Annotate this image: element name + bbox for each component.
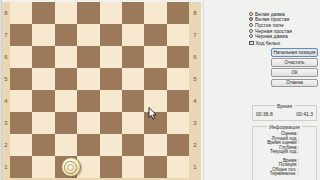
square-h5[interactable] (167, 68, 189, 90)
square-a2[interactable] (10, 134, 32, 156)
white-time: 00:36.8 (256, 111, 273, 117)
square-f4[interactable] (122, 90, 144, 112)
rank-label: 7 (189, 24, 201, 46)
mouse-cursor-icon (148, 106, 157, 124)
square-e4[interactable] (100, 90, 122, 112)
rank-label: 4 (189, 90, 201, 112)
rank-label: 8 (2, 2, 10, 24)
rank-label: 3 (189, 112, 201, 134)
square-f5[interactable] (122, 68, 144, 90)
square-h6[interactable] (167, 46, 189, 68)
square-c8[interactable] (55, 2, 77, 24)
square-g6[interactable] (144, 46, 166, 68)
square-h3[interactable] (167, 112, 189, 134)
square-g2[interactable] (144, 134, 166, 156)
rank-label: 1 (189, 156, 201, 178)
square-d3[interactable] (77, 112, 99, 134)
square-c1[interactable] (55, 156, 77, 178)
square-f2[interactable] (122, 134, 144, 156)
rank-label: 8 (189, 2, 201, 24)
square-d6[interactable] (77, 46, 99, 68)
cancel-button[interactable]: Отмена (271, 79, 318, 88)
info-panel-legend: Информация (267, 124, 302, 130)
checkbox-icon: ✓ (249, 41, 254, 46)
panel-divider (203, 0, 204, 180)
white-to-move-checkbox[interactable]: ✓ Ход белых (249, 40, 280, 46)
square-f3[interactable] (122, 112, 144, 134)
square-g8[interactable] (144, 2, 166, 24)
info-rows: Оценка :Лучший ход :Время оценки :Глубин… (253, 132, 316, 177)
info-row: Терминальн. : (253, 172, 316, 177)
square-f8[interactable] (122, 2, 144, 24)
square-b5[interactable] (32, 68, 54, 90)
square-h7[interactable] (167, 24, 189, 46)
rank-label: 6 (189, 46, 201, 68)
file-label-strip (2, 178, 201, 180)
rank-label: 1 (2, 156, 10, 178)
rank-label: 4 (2, 90, 10, 112)
time-panel: Время 00:36.8 00:41.3 (252, 105, 317, 121)
square-b6[interactable] (32, 46, 54, 68)
rank-label: 7 (2, 24, 10, 46)
radio-icon (249, 29, 253, 33)
checkbox-label: Ход белых (256, 40, 281, 46)
square-f6[interactable] (122, 46, 144, 68)
square-h1[interactable] (167, 156, 189, 178)
piece-option-group: Белая дамкаБелая простаяПустое полеЧерна… (249, 11, 292, 39)
square-e5[interactable] (100, 68, 122, 90)
square-g7[interactable] (144, 24, 166, 46)
ok-button[interactable]: ОК (271, 68, 318, 77)
rank-labels-left: 87654321 (2, 2, 10, 178)
square-c3[interactable] (55, 112, 77, 134)
radio-icon (249, 23, 253, 27)
square-e2[interactable] (100, 134, 122, 156)
square-g5[interactable] (144, 68, 166, 90)
square-e8[interactable] (100, 2, 122, 24)
start-position-button[interactable]: Начальная позиция (271, 48, 318, 57)
square-a7[interactable] (10, 24, 32, 46)
square-b1[interactable] (32, 156, 54, 178)
rank-label: 2 (2, 134, 10, 156)
square-e7[interactable] (100, 24, 122, 46)
square-e3[interactable] (100, 112, 122, 134)
rank-label: 3 (2, 112, 10, 134)
radio-icon (249, 34, 253, 38)
square-b4[interactable] (32, 90, 54, 112)
square-h2[interactable] (167, 134, 189, 156)
square-d4[interactable] (77, 90, 99, 112)
square-c5[interactable] (55, 68, 77, 90)
square-c6[interactable] (55, 46, 77, 68)
dialog-buttons: Начальная позицияОчиститьОКОтмена (271, 48, 318, 87)
time-panel-legend: Время (275, 103, 294, 109)
square-g1[interactable] (144, 156, 166, 178)
rank-labels-right: 87654321 (189, 2, 201, 178)
square-a3[interactable] (10, 112, 32, 134)
piece-option[interactable]: Черная дамка (249, 33, 292, 39)
square-c2[interactable] (55, 134, 77, 156)
square-f1[interactable] (122, 156, 144, 178)
square-c7[interactable] (55, 24, 77, 46)
square-e6[interactable] (100, 46, 122, 68)
square-a5[interactable] (10, 68, 32, 90)
square-e1[interactable] (100, 156, 122, 178)
info-panel: Информация Оценка :Лучший ход :Время оце… (252, 126, 317, 180)
info-row: Текущий ход : (253, 150, 316, 155)
square-f7[interactable] (122, 24, 144, 46)
square-b2[interactable] (32, 134, 54, 156)
square-d2[interactable] (77, 134, 99, 156)
square-h8[interactable] (167, 2, 189, 24)
radio-icon (249, 17, 253, 21)
square-d7[interactable] (77, 24, 99, 46)
square-a1[interactable] (10, 156, 32, 178)
square-a6[interactable] (10, 46, 32, 68)
rank-label: 6 (2, 46, 10, 68)
rank-label: 5 (189, 68, 201, 90)
piece-option-label: Черная дамка (255, 33, 288, 39)
square-d5[interactable] (77, 68, 99, 90)
square-a8[interactable] (10, 2, 32, 24)
radio-icon (249, 12, 253, 16)
square-d8[interactable] (77, 2, 99, 24)
rank-label: 2 (189, 134, 201, 156)
checkers-board[interactable] (10, 2, 189, 178)
square-b7[interactable] (32, 24, 54, 46)
rank-label: 5 (2, 68, 10, 90)
square-a4[interactable] (10, 90, 32, 112)
square-b3[interactable] (32, 112, 54, 134)
square-c4[interactable] (55, 90, 77, 112)
white-checker-piece[interactable] (61, 157, 81, 177)
black-time: 00:41.3 (296, 111, 313, 117)
square-b8[interactable] (32, 2, 54, 24)
clear-button[interactable]: Очистить (271, 58, 318, 67)
square-h4[interactable] (167, 90, 189, 112)
